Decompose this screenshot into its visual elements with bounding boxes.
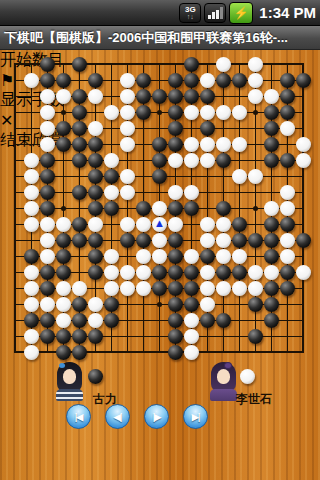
white-stone <box>40 217 55 232</box>
white-stone <box>88 89 103 104</box>
black-stone <box>280 281 295 296</box>
white-stone <box>200 281 215 296</box>
white-stone <box>104 249 119 264</box>
black-stone <box>136 233 151 248</box>
white-stone <box>40 233 55 248</box>
white-stone <box>24 73 39 88</box>
black-stone <box>264 297 279 312</box>
star-point <box>61 206 66 211</box>
white-stone <box>72 281 87 296</box>
black-stone-icon <box>88 369 103 384</box>
white-stone <box>184 137 199 152</box>
black-stone <box>168 121 183 136</box>
skip-to-start-button[interactable]: |◀ <box>66 404 91 429</box>
black-stone <box>72 313 87 328</box>
white-stone <box>296 265 311 280</box>
black-stone <box>136 105 151 120</box>
black-stone <box>200 121 215 136</box>
white-stone <box>136 265 151 280</box>
status-time: 1:34 PM <box>259 4 316 21</box>
black-stone <box>88 153 103 168</box>
black-stone <box>40 169 55 184</box>
black-stone <box>88 137 103 152</box>
black-stone <box>136 73 151 88</box>
black-stone <box>248 233 263 248</box>
black-stone <box>168 105 183 120</box>
white-stone <box>104 281 119 296</box>
black-stone <box>264 121 279 136</box>
white-stone <box>24 345 39 360</box>
white-stone <box>136 217 151 232</box>
black-stone <box>72 137 87 152</box>
white-stone <box>24 217 39 232</box>
black-stone <box>168 89 183 104</box>
black-stone <box>152 137 167 152</box>
black-stone <box>184 281 199 296</box>
black-stone <box>200 313 215 328</box>
black-stone <box>216 73 231 88</box>
star-point <box>157 302 162 307</box>
white-stone <box>40 249 55 264</box>
avatar-bun <box>224 362 232 369</box>
white-stone <box>24 185 39 200</box>
black-stone <box>232 265 247 280</box>
star-point <box>253 206 258 211</box>
black-stone <box>280 217 295 232</box>
white-stone <box>184 185 199 200</box>
black-stone <box>152 89 167 104</box>
white-stone <box>40 121 55 136</box>
step-back-button[interactable]: ◀| <box>105 404 130 429</box>
white-stone <box>248 169 263 184</box>
white-stone <box>280 185 295 200</box>
white-player-avatar <box>210 362 237 401</box>
app-screen: 3G ↑↓ ⚡ 1:34 PM 下棋吧【围棋版】-2006中国和围甲联赛第16轮… <box>0 0 320 480</box>
white-stone <box>24 281 39 296</box>
white-stone <box>248 265 263 280</box>
black-stone <box>168 265 183 280</box>
white-stone <box>232 137 247 152</box>
black-stone <box>56 345 71 360</box>
white-stone <box>56 217 71 232</box>
white-player-name: 李世石 <box>236 391 272 408</box>
white-stone <box>200 265 215 280</box>
black-stone <box>104 169 119 184</box>
white-stone <box>120 137 135 152</box>
white-stone <box>232 169 247 184</box>
black-stone <box>104 297 119 312</box>
white-stone <box>248 57 263 72</box>
black-stone <box>152 169 167 184</box>
last-move-triangle-marker: ▲ <box>154 218 165 229</box>
black-stone <box>88 265 103 280</box>
white-stone <box>120 265 135 280</box>
black-stone <box>168 345 183 360</box>
black-stone <box>152 281 167 296</box>
white-stone <box>40 105 55 120</box>
white-stone <box>216 217 231 232</box>
black-stone <box>280 73 295 88</box>
white-stone <box>24 265 39 280</box>
white-stone <box>24 201 39 216</box>
white-stone <box>232 105 247 120</box>
black-stone <box>40 281 55 296</box>
black-stone <box>24 249 39 264</box>
white-stone <box>200 153 215 168</box>
black-stone <box>40 153 55 168</box>
black-stone <box>56 233 71 248</box>
black-stone <box>280 153 295 168</box>
skip-to-start-icon: |◀ <box>75 412 82 422</box>
white-stone <box>168 185 183 200</box>
avatar-ribbon <box>59 363 65 368</box>
white-stone-icon <box>240 369 255 384</box>
avatar-body <box>210 389 237 401</box>
white-stone <box>24 297 39 312</box>
black-stone <box>296 73 311 88</box>
black-stone <box>40 73 55 88</box>
white-stone <box>168 153 183 168</box>
white-stone <box>280 201 295 216</box>
white-stone <box>120 281 135 296</box>
white-stone <box>248 281 263 296</box>
white-stone <box>88 121 103 136</box>
white-stone <box>56 313 71 328</box>
white-stone <box>280 233 295 248</box>
black-stone <box>136 201 151 216</box>
star-point <box>61 110 66 115</box>
white-stone <box>184 345 199 360</box>
white-stone <box>56 281 71 296</box>
white-stone <box>152 233 167 248</box>
black-stone <box>200 249 215 264</box>
white-stone <box>24 329 39 344</box>
white-stone <box>248 73 263 88</box>
white-stone <box>136 249 151 264</box>
black-stone <box>200 89 215 104</box>
black-stone <box>72 217 87 232</box>
black-stone <box>184 57 199 72</box>
3g-network-icon: 3G ↑↓ <box>179 3 201 23</box>
white-stone <box>56 89 71 104</box>
black-stone <box>72 89 87 104</box>
white-stone <box>216 57 231 72</box>
black-stone <box>40 313 55 328</box>
black-stone <box>72 185 87 200</box>
black-stone <box>136 89 151 104</box>
black-stone <box>88 329 103 344</box>
white-stone <box>248 89 263 104</box>
white-stone <box>120 89 135 104</box>
black-stone <box>296 233 311 248</box>
star-point <box>253 110 258 115</box>
black-stone <box>232 233 247 248</box>
black-stone <box>168 201 183 216</box>
black-stone <box>216 153 231 168</box>
white-stone <box>56 297 71 312</box>
black-stone <box>24 313 39 328</box>
white-stone <box>296 137 311 152</box>
white-stone <box>120 169 135 184</box>
white-stone <box>40 297 55 312</box>
black-stone <box>264 281 279 296</box>
white-stone <box>152 201 167 216</box>
black-stone <box>264 137 279 152</box>
step-back-icon: ◀| <box>114 412 121 422</box>
white-stone <box>88 297 103 312</box>
black-stone <box>216 313 231 328</box>
step-forward-button[interactable]: |▶ <box>144 404 169 429</box>
black-stone <box>72 297 87 312</box>
white-stone <box>216 105 231 120</box>
black-stone <box>40 57 55 72</box>
white-stone <box>200 73 215 88</box>
black-stone <box>72 105 87 120</box>
skip-to-end-button[interactable]: ▶| <box>183 404 208 429</box>
black-stone <box>72 153 87 168</box>
black-stone <box>216 265 231 280</box>
star-point <box>157 110 162 115</box>
black-stone <box>248 297 263 312</box>
black-stone <box>168 249 183 264</box>
black-stone <box>168 313 183 328</box>
white-stone <box>104 265 119 280</box>
white-stone <box>184 329 199 344</box>
white-stone <box>40 89 55 104</box>
network-arrows-icon: ↑↓ <box>187 14 194 20</box>
black-stone <box>88 249 103 264</box>
black-stone <box>56 249 71 264</box>
game-area: ▲ 古力 李世石 |◀ ◀| |▶ ▶| <box>0 50 320 480</box>
black-stone <box>56 265 71 280</box>
black-stone <box>104 201 119 216</box>
black-player-avatar <box>56 362 83 401</box>
black-stone <box>104 313 119 328</box>
black-stone <box>88 169 103 184</box>
white-stone <box>168 217 183 232</box>
signal-strength-icon <box>204 3 226 23</box>
white-stone <box>88 313 103 328</box>
white-stone <box>152 249 167 264</box>
white-stone <box>136 281 151 296</box>
black-stone <box>168 233 183 248</box>
black-stone <box>88 185 103 200</box>
black-stone <box>72 329 87 344</box>
black-stone <box>56 329 71 344</box>
black-stone <box>264 153 279 168</box>
white-stone <box>280 249 295 264</box>
white-stone <box>104 153 119 168</box>
black-stone <box>264 233 279 248</box>
black-stone <box>184 89 199 104</box>
white-stone <box>24 153 39 168</box>
black-stone <box>72 233 87 248</box>
black-stone <box>56 73 71 88</box>
black-stone <box>72 121 87 136</box>
white-stone <box>184 313 199 328</box>
white-stone <box>184 249 199 264</box>
window-title: 下棋吧【围棋版】-2006中国和围甲联赛第16轮-... <box>0 26 320 50</box>
black-stone <box>248 329 263 344</box>
white-stone <box>200 233 215 248</box>
black-stone <box>264 313 279 328</box>
black-stone <box>56 137 71 152</box>
white-stone <box>280 121 295 136</box>
avatar-body <box>56 389 83 401</box>
go-board[interactable]: ▲ <box>7 56 311 360</box>
white-stone <box>264 265 279 280</box>
black-stone <box>168 329 183 344</box>
black-stone <box>232 217 247 232</box>
black-stone <box>280 265 295 280</box>
white-stone <box>200 137 215 152</box>
black-stone <box>40 185 55 200</box>
black-stone <box>264 105 279 120</box>
signal-bars-icon <box>208 7 223 19</box>
white-stone <box>264 201 279 216</box>
black-stone <box>152 265 167 280</box>
white-stone <box>88 217 103 232</box>
white-stone <box>296 153 311 168</box>
black-stone <box>120 233 135 248</box>
black-stone <box>168 73 183 88</box>
white-stone <box>216 233 231 248</box>
black-stone <box>88 73 103 88</box>
black-stone <box>184 265 199 280</box>
white-stone <box>200 105 215 120</box>
black-stone <box>264 249 279 264</box>
black-stone <box>40 201 55 216</box>
white-stone <box>24 169 39 184</box>
black-stone <box>168 137 183 152</box>
black-stone <box>216 201 231 216</box>
white-stone <box>216 137 231 152</box>
black-stone <box>88 233 103 248</box>
black-stone <box>184 297 199 312</box>
white-stone <box>120 105 135 120</box>
black-stone <box>280 105 295 120</box>
black-stone <box>152 153 167 168</box>
white-stone <box>200 297 215 312</box>
white-stone <box>120 73 135 88</box>
black-stone <box>232 73 247 88</box>
white-stone <box>120 121 135 136</box>
skip-to-end-icon: ▶| <box>192 412 199 422</box>
white-stone <box>184 105 199 120</box>
white-stone <box>232 249 247 264</box>
white-stone <box>232 281 247 296</box>
black-stone <box>184 73 199 88</box>
black-stone <box>72 57 87 72</box>
white-stone <box>184 153 199 168</box>
white-stone <box>40 137 55 152</box>
white-stone <box>104 105 119 120</box>
white-stone <box>120 185 135 200</box>
black-stone <box>40 329 55 344</box>
avatar-face <box>63 369 76 384</box>
black-stone <box>168 281 183 296</box>
status-bar: 3G ↑↓ ⚡ 1:34 PM <box>0 0 320 26</box>
black-stone <box>56 121 71 136</box>
step-forward-icon: |▶ <box>153 412 160 422</box>
white-stone <box>120 217 135 232</box>
board-line <box>302 63 304 353</box>
white-stone <box>216 281 231 296</box>
avatar-face <box>217 369 230 384</box>
white-stone <box>200 217 215 232</box>
black-stone <box>88 201 103 216</box>
black-stone <box>40 265 55 280</box>
black-stone <box>72 345 87 360</box>
battery-charging-icon: ⚡ <box>229 2 253 24</box>
black-stone <box>184 201 199 216</box>
white-stone <box>264 89 279 104</box>
black-stone <box>168 297 183 312</box>
white-stone <box>104 185 119 200</box>
black-stone <box>280 89 295 104</box>
white-stone <box>216 249 231 264</box>
black-stone <box>264 217 279 232</box>
